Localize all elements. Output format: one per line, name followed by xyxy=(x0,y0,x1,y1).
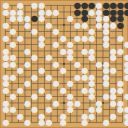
white-stone: ● xyxy=(81,119,88,126)
white-stone: ● xyxy=(2,119,9,126)
white-stone: ● xyxy=(81,35,88,42)
intersection-0-18[interactable]: ● xyxy=(2,119,9,126)
intersection-2-18[interactable] xyxy=(17,119,24,126)
white-stone: ● xyxy=(9,28,16,35)
white-stone: ● xyxy=(2,61,9,68)
white-stone: ● xyxy=(2,106,9,113)
go-board-grid: ●●●●●●●●●●●●●●●●●●●●●●●●●●●●●●●●●●●●●●●●… xyxy=(0,0,128,128)
intersection-17-18[interactable]: ● xyxy=(124,119,128,126)
white-stone: ● xyxy=(81,48,88,55)
white-stone: ● xyxy=(45,22,52,29)
white-stone: ● xyxy=(74,22,81,29)
white-stone: ● xyxy=(2,35,9,42)
white-stone: ● xyxy=(9,61,16,68)
intersection-10-18[interactable] xyxy=(74,119,81,126)
white-stone: ● xyxy=(45,54,52,61)
white-stone: ● xyxy=(124,119,128,126)
white-stone: ● xyxy=(9,106,16,113)
white-stone: ● xyxy=(81,74,88,81)
white-stone: ● xyxy=(24,48,31,55)
white-stone: ● xyxy=(52,41,59,48)
white-stone: ● xyxy=(67,80,74,87)
intersection-8-18[interactable]: ● xyxy=(59,119,66,126)
white-stone: ● xyxy=(24,100,31,107)
white-stone: ● xyxy=(59,67,66,74)
white-stone: ● xyxy=(88,113,95,120)
white-stone: ● xyxy=(17,67,24,74)
white-stone: ● xyxy=(59,119,66,126)
white-stone: ● xyxy=(17,113,24,120)
white-stone: ● xyxy=(102,93,109,100)
white-stone: ● xyxy=(45,93,52,100)
white-stone: ● xyxy=(45,119,52,126)
white-stone: ● xyxy=(117,48,124,55)
intersection-12-18[interactable] xyxy=(88,119,95,126)
white-stone: ● xyxy=(67,54,74,61)
white-stone: ● xyxy=(38,41,45,48)
white-stone: ● xyxy=(52,61,59,68)
black-stone: ● xyxy=(117,22,124,29)
white-stone: ● xyxy=(124,41,128,48)
white-stone: ● xyxy=(81,87,88,94)
white-stone: ● xyxy=(9,93,16,100)
white-stone: ● xyxy=(59,87,66,94)
white-stone: ● xyxy=(59,35,66,42)
white-stone: ● xyxy=(45,106,52,113)
white-stone: ● xyxy=(95,22,102,29)
intersection-14-18[interactable]: ● xyxy=(102,119,109,126)
white-stone: ● xyxy=(31,54,38,61)
white-stone: ● xyxy=(88,93,95,100)
white-stone: ● xyxy=(67,106,74,113)
white-stone: ● xyxy=(31,74,38,81)
black-stone: ● xyxy=(74,8,81,15)
white-stone: ● xyxy=(88,35,95,42)
white-stone: ● xyxy=(45,74,52,81)
white-stone: ● xyxy=(67,15,74,21)
white-stone: ● xyxy=(74,74,81,81)
white-stone: ● xyxy=(24,61,31,68)
white-stone: ● xyxy=(24,80,31,87)
white-stone: ● xyxy=(38,87,45,94)
white-stone: ● xyxy=(74,35,81,42)
white-stone: ● xyxy=(102,41,109,48)
intersection-6-18[interactable]: ● xyxy=(45,119,52,126)
white-stone: ● xyxy=(2,22,9,29)
white-stone: ● xyxy=(95,106,102,113)
intersection-4-18[interactable] xyxy=(31,119,38,126)
white-stone: ● xyxy=(102,119,109,126)
white-stone: ● xyxy=(38,119,45,126)
white-stone: ● xyxy=(117,87,124,94)
black-stone: ● xyxy=(124,8,128,15)
intersection-1-18[interactable] xyxy=(9,119,16,126)
white-stone: ● xyxy=(88,54,95,61)
white-stone: ● xyxy=(124,93,128,100)
white-stone: ● xyxy=(59,48,66,55)
white-stone: ● xyxy=(52,8,59,15)
white-stone: ● xyxy=(52,28,59,35)
white-stone: ● xyxy=(24,119,31,126)
white-stone: ● xyxy=(74,100,81,107)
white-stone: ● xyxy=(110,100,117,107)
white-stone: ● xyxy=(110,22,117,29)
white-stone: ● xyxy=(9,74,16,81)
white-stone: ● xyxy=(117,106,124,113)
white-stone: ● xyxy=(9,41,16,48)
white-stone: ● xyxy=(17,35,24,42)
white-stone: ● xyxy=(110,54,117,61)
intersection-9-18[interactable] xyxy=(67,119,74,126)
intersection-11-18[interactable]: ● xyxy=(81,119,88,126)
intersection-13-18[interactable] xyxy=(95,119,102,126)
white-stone: ● xyxy=(88,8,95,15)
white-stone: ● xyxy=(2,8,9,15)
white-stone: ● xyxy=(17,87,24,94)
white-stone: ● xyxy=(38,15,45,21)
intersection-15-18[interactable] xyxy=(110,119,117,126)
white-stone: ● xyxy=(38,67,45,74)
white-stone: ● xyxy=(24,22,31,29)
white-stone: ● xyxy=(110,113,117,120)
white-stone: ● xyxy=(81,22,88,29)
white-stone: ● xyxy=(74,61,81,68)
white-stone: ● xyxy=(9,15,16,21)
white-stone: ● xyxy=(52,100,59,107)
white-stone: ● xyxy=(17,15,24,21)
white-stone: ● xyxy=(95,61,102,68)
white-stone: ● xyxy=(102,80,109,87)
white-stone: ● xyxy=(124,74,128,81)
intersection-5-18[interactable]: ● xyxy=(38,119,45,126)
white-stone: ● xyxy=(31,93,38,100)
white-stone: ● xyxy=(31,106,38,113)
white-stone: ● xyxy=(31,28,38,35)
go-board: ●●●●●●●●●●●●●●●●●●●●●●●●●●●●●●●●●●●●●●●●… xyxy=(0,0,128,128)
white-stone: ● xyxy=(2,87,9,94)
black-stone: ● xyxy=(31,15,38,21)
intersection-3-18[interactable]: ● xyxy=(24,119,31,126)
white-stone: ● xyxy=(45,8,52,15)
white-stone: ● xyxy=(110,67,117,74)
white-stone: ● xyxy=(52,80,59,87)
intersection-7-18[interactable] xyxy=(52,119,59,126)
white-stone: ● xyxy=(31,2,38,9)
white-stone: ● xyxy=(117,35,124,42)
intersection-16-18[interactable] xyxy=(117,119,124,126)
